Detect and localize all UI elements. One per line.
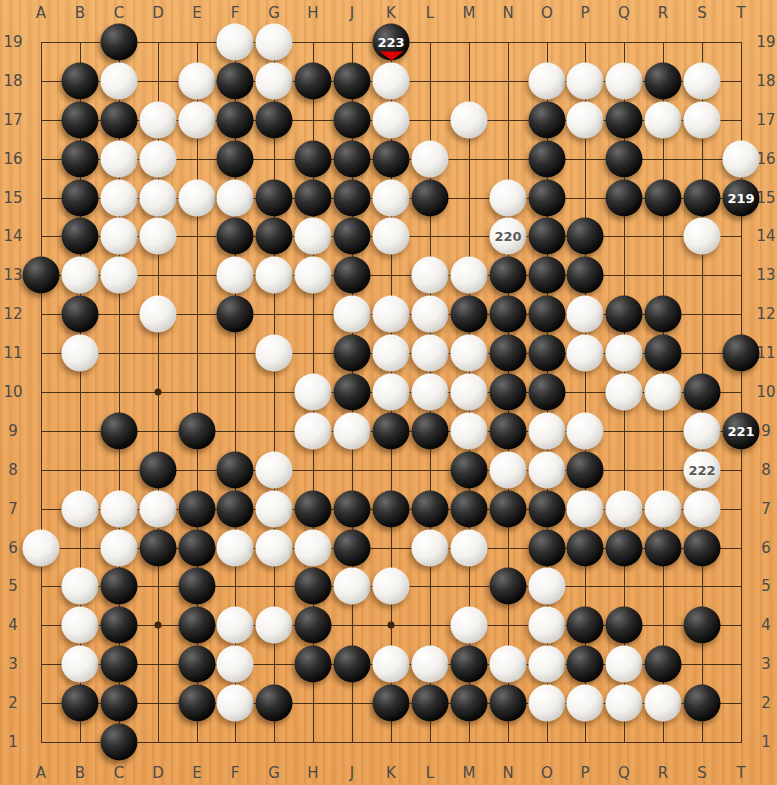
stone-black-A13 bbox=[23, 257, 60, 294]
move-number-label-N14: 220 bbox=[494, 230, 521, 243]
stone-black-J6 bbox=[334, 530, 371, 567]
stone-black-Q12 bbox=[606, 296, 643, 333]
stone-white-L12 bbox=[412, 296, 449, 333]
stone-white-G4 bbox=[256, 607, 293, 644]
coord-bottom-P: P bbox=[580, 764, 589, 782]
stone-white-R2 bbox=[645, 685, 682, 722]
coord-bottom-H: H bbox=[307, 764, 318, 782]
stone-black-F16 bbox=[217, 141, 254, 178]
stone-white-M13 bbox=[451, 257, 488, 294]
stone-white-H14 bbox=[295, 218, 332, 255]
stone-black-C5 bbox=[101, 568, 138, 605]
stone-black-N9 bbox=[490, 413, 527, 450]
stone-black-E5 bbox=[179, 568, 216, 605]
coord-left-10: 10 bbox=[3, 383, 22, 401]
stone-white-D17 bbox=[140, 102, 177, 139]
stone-white-K18 bbox=[373, 63, 410, 100]
stone-black-K16 bbox=[373, 141, 410, 178]
stone-white-B11 bbox=[62, 335, 99, 372]
stone-black-R18 bbox=[645, 63, 682, 100]
coord-left-5: 5 bbox=[8, 577, 18, 595]
coord-right-10: 10 bbox=[756, 383, 775, 401]
stone-black-S4 bbox=[684, 607, 721, 644]
stone-black-O11 bbox=[529, 335, 566, 372]
stone-black-Q4 bbox=[606, 607, 643, 644]
stone-black-G2 bbox=[256, 685, 293, 722]
stone-black-Q6 bbox=[606, 530, 643, 567]
coord-top-N: N bbox=[502, 4, 513, 22]
stone-black-Q15 bbox=[606, 180, 643, 217]
stone-black-S15 bbox=[684, 180, 721, 217]
stone-white-B5 bbox=[62, 568, 99, 605]
stone-black-O10 bbox=[529, 374, 566, 411]
coord-bottom-F: F bbox=[231, 764, 240, 782]
stone-white-L6 bbox=[412, 530, 449, 567]
coord-right-3: 3 bbox=[761, 655, 771, 673]
stone-white-M4 bbox=[451, 607, 488, 644]
stone-white-C13 bbox=[101, 257, 138, 294]
last-move-marker bbox=[379, 52, 403, 61]
stone-white-B3 bbox=[62, 646, 99, 683]
stone-black-G15 bbox=[256, 180, 293, 217]
stone-white-L10 bbox=[412, 374, 449, 411]
coord-right-8: 8 bbox=[761, 461, 771, 479]
stone-black-T11 bbox=[723, 335, 760, 372]
stone-black-J18 bbox=[334, 63, 371, 100]
stone-black-E2 bbox=[179, 685, 216, 722]
stone-white-L16 bbox=[412, 141, 449, 178]
coord-bottom-C: C bbox=[114, 764, 124, 782]
stone-black-N13 bbox=[490, 257, 527, 294]
stone-white-K17 bbox=[373, 102, 410, 139]
stone-black-K7 bbox=[373, 491, 410, 528]
coord-bottom-M: M bbox=[463, 764, 476, 782]
stone-black-H15 bbox=[295, 180, 332, 217]
coord-left-4: 4 bbox=[8, 616, 18, 634]
stone-black-H5 bbox=[295, 568, 332, 605]
stone-black-O16 bbox=[529, 141, 566, 178]
coord-left-14: 14 bbox=[3, 227, 22, 245]
coord-right-12: 12 bbox=[756, 305, 775, 323]
stone-white-P9 bbox=[567, 413, 604, 450]
coord-top-J: J bbox=[350, 4, 354, 22]
stone-white-P18 bbox=[567, 63, 604, 100]
stone-black-N12 bbox=[490, 296, 527, 333]
stone-white-M9 bbox=[451, 413, 488, 450]
stone-white-C18 bbox=[101, 63, 138, 100]
stone-black-E9 bbox=[179, 413, 216, 450]
stone-white-G19 bbox=[256, 24, 293, 61]
stone-white-G8 bbox=[256, 452, 293, 489]
stone-black-N7 bbox=[490, 491, 527, 528]
coord-left-8: 8 bbox=[8, 461, 18, 479]
coord-right-4: 4 bbox=[761, 616, 771, 634]
stone-black-O6 bbox=[529, 530, 566, 567]
coord-bottom-S: S bbox=[697, 764, 707, 782]
stone-white-S7 bbox=[684, 491, 721, 528]
coord-bottom-E: E bbox=[192, 764, 201, 782]
stone-white-N14: 220 bbox=[490, 218, 527, 255]
stone-black-J13 bbox=[334, 257, 371, 294]
move-number-label-S8: 222 bbox=[688, 464, 715, 477]
stone-black-S2 bbox=[684, 685, 721, 722]
stone-black-P8 bbox=[567, 452, 604, 489]
coord-bottom-Q: Q bbox=[618, 764, 630, 782]
coord-bottom-T: T bbox=[736, 764, 745, 782]
stone-black-O14 bbox=[529, 218, 566, 255]
coord-right-5: 5 bbox=[761, 577, 771, 595]
stone-white-L3 bbox=[412, 646, 449, 683]
stone-white-N3 bbox=[490, 646, 527, 683]
stone-black-S10 bbox=[684, 374, 721, 411]
stone-white-P2 bbox=[567, 685, 604, 722]
stone-white-D14 bbox=[140, 218, 177, 255]
stone-black-O17 bbox=[529, 102, 566, 139]
coord-bottom-K: K bbox=[386, 764, 396, 782]
stone-black-M2 bbox=[451, 685, 488, 722]
stone-black-C3 bbox=[101, 646, 138, 683]
stone-black-K19: 223 bbox=[373, 24, 410, 61]
stone-black-N2 bbox=[490, 685, 527, 722]
stone-white-K10 bbox=[373, 374, 410, 411]
coord-top-O: O bbox=[541, 4, 553, 22]
stone-black-E6 bbox=[179, 530, 216, 567]
stone-white-D7 bbox=[140, 491, 177, 528]
coord-top-K: K bbox=[386, 4, 396, 22]
stone-black-F12 bbox=[217, 296, 254, 333]
stone-black-H18 bbox=[295, 63, 332, 100]
stone-black-E3 bbox=[179, 646, 216, 683]
stone-white-B7 bbox=[62, 491, 99, 528]
stone-white-D16 bbox=[140, 141, 177, 178]
coord-bottom-N: N bbox=[502, 764, 513, 782]
stone-white-P11 bbox=[567, 335, 604, 372]
coord-bottom-B: B bbox=[75, 764, 85, 782]
stone-white-K3 bbox=[373, 646, 410, 683]
stone-black-H3 bbox=[295, 646, 332, 683]
stone-black-B17 bbox=[62, 102, 99, 139]
stone-black-T9: 221 bbox=[723, 413, 760, 450]
stone-white-S18 bbox=[684, 63, 721, 100]
stone-black-H4 bbox=[295, 607, 332, 644]
stone-white-G7 bbox=[256, 491, 293, 528]
stone-black-N10 bbox=[490, 374, 527, 411]
stone-white-R10 bbox=[645, 374, 682, 411]
stone-black-L2 bbox=[412, 685, 449, 722]
coord-right-7: 7 bbox=[761, 500, 771, 518]
stone-white-F4 bbox=[217, 607, 254, 644]
coord-bottom-D: D bbox=[152, 764, 164, 782]
stone-black-E4 bbox=[179, 607, 216, 644]
coord-left-18: 18 bbox=[3, 72, 22, 90]
stone-black-F17 bbox=[217, 102, 254, 139]
stone-white-K14 bbox=[373, 218, 410, 255]
stone-white-D15 bbox=[140, 180, 177, 217]
coord-bottom-O: O bbox=[541, 764, 553, 782]
coord-top-P: P bbox=[580, 4, 589, 22]
stone-black-F7 bbox=[217, 491, 254, 528]
stone-black-J7 bbox=[334, 491, 371, 528]
coord-top-A: A bbox=[36, 4, 46, 22]
stone-black-M7 bbox=[451, 491, 488, 528]
stone-black-P4 bbox=[567, 607, 604, 644]
stone-white-O3 bbox=[529, 646, 566, 683]
stone-black-Q17 bbox=[606, 102, 643, 139]
stone-black-O15 bbox=[529, 180, 566, 217]
stone-white-J9 bbox=[334, 413, 371, 450]
stone-black-B18 bbox=[62, 63, 99, 100]
stone-white-L13 bbox=[412, 257, 449, 294]
stone-white-Q2 bbox=[606, 685, 643, 722]
stone-black-C19 bbox=[101, 24, 138, 61]
coord-left-16: 16 bbox=[3, 150, 22, 168]
coord-top-G: G bbox=[268, 4, 280, 22]
stone-black-G17 bbox=[256, 102, 293, 139]
stone-white-K15 bbox=[373, 180, 410, 217]
coord-right-1: 1 bbox=[761, 733, 771, 751]
stone-black-J10 bbox=[334, 374, 371, 411]
stone-white-L11 bbox=[412, 335, 449, 372]
stone-white-T16 bbox=[723, 141, 760, 178]
stone-black-B14 bbox=[62, 218, 99, 255]
move-number-label-T15: 219 bbox=[727, 192, 754, 205]
coord-right-18: 18 bbox=[756, 72, 775, 90]
coord-top-B: B bbox=[75, 4, 85, 22]
stone-white-H9 bbox=[295, 413, 332, 450]
stone-white-S9 bbox=[684, 413, 721, 450]
stone-white-S14 bbox=[684, 218, 721, 255]
stone-black-C17 bbox=[101, 102, 138, 139]
stone-black-R11 bbox=[645, 335, 682, 372]
stone-white-O18 bbox=[529, 63, 566, 100]
stone-black-C1 bbox=[101, 724, 138, 761]
star-point-D10 bbox=[155, 389, 162, 396]
coord-top-S: S bbox=[697, 4, 707, 22]
move-number-label-T9: 221 bbox=[727, 425, 754, 438]
stone-white-Q10 bbox=[606, 374, 643, 411]
stone-white-C14 bbox=[101, 218, 138, 255]
stone-white-S17 bbox=[684, 102, 721, 139]
coord-bottom-L: L bbox=[426, 764, 434, 782]
stone-white-D12 bbox=[140, 296, 177, 333]
stone-black-F8 bbox=[217, 452, 254, 489]
stone-white-Q18 bbox=[606, 63, 643, 100]
stone-white-E17 bbox=[179, 102, 216, 139]
stone-white-F13 bbox=[217, 257, 254, 294]
stone-white-B4 bbox=[62, 607, 99, 644]
stone-white-B13 bbox=[62, 257, 99, 294]
coord-right-6: 6 bbox=[761, 539, 771, 557]
stone-white-S8: 222 bbox=[684, 452, 721, 489]
stone-black-K9 bbox=[373, 413, 410, 450]
coord-top-R: R bbox=[658, 4, 668, 22]
stone-white-P7 bbox=[567, 491, 604, 528]
stone-black-F14 bbox=[217, 218, 254, 255]
coord-left-17: 17 bbox=[3, 111, 22, 129]
stone-white-G11 bbox=[256, 335, 293, 372]
coord-right-2: 2 bbox=[761, 694, 771, 712]
stone-black-E7 bbox=[179, 491, 216, 528]
coord-left-13: 13 bbox=[3, 266, 22, 284]
coord-top-D: D bbox=[152, 4, 164, 22]
coord-right-13: 13 bbox=[756, 266, 775, 284]
stone-black-J17 bbox=[334, 102, 371, 139]
stone-black-H16 bbox=[295, 141, 332, 178]
stone-black-L15 bbox=[412, 180, 449, 217]
stone-black-G14 bbox=[256, 218, 293, 255]
stone-white-F3 bbox=[217, 646, 254, 683]
stone-white-A6 bbox=[23, 530, 60, 567]
coord-top-C: C bbox=[114, 4, 124, 22]
coord-top-Q: Q bbox=[618, 4, 630, 22]
stone-black-P6 bbox=[567, 530, 604, 567]
stone-white-O5 bbox=[529, 568, 566, 605]
stone-white-M11 bbox=[451, 335, 488, 372]
stone-black-M12 bbox=[451, 296, 488, 333]
stone-white-G18 bbox=[256, 63, 293, 100]
move-number-label-K19: 223 bbox=[377, 36, 404, 49]
stone-white-K5 bbox=[373, 568, 410, 605]
stone-white-E18 bbox=[179, 63, 216, 100]
coord-top-T: T bbox=[736, 4, 745, 22]
stone-black-B12 bbox=[62, 296, 99, 333]
coord-top-E: E bbox=[192, 4, 201, 22]
stone-black-R12 bbox=[645, 296, 682, 333]
stone-white-N15 bbox=[490, 180, 527, 217]
stone-white-R7 bbox=[645, 491, 682, 528]
stone-white-G13 bbox=[256, 257, 293, 294]
stone-black-Q16 bbox=[606, 141, 643, 178]
stone-white-M6 bbox=[451, 530, 488, 567]
stone-black-K2 bbox=[373, 685, 410, 722]
stone-black-O13 bbox=[529, 257, 566, 294]
stone-black-C4 bbox=[101, 607, 138, 644]
stone-black-D6 bbox=[140, 530, 177, 567]
stone-white-E15 bbox=[179, 180, 216, 217]
stone-white-F19 bbox=[217, 24, 254, 61]
stone-black-B15 bbox=[62, 180, 99, 217]
go-board[interactable]: AABBCCDDEEFFGGHHJJKKLLMMNNOOPPQQRRSSTT19… bbox=[0, 0, 777, 785]
stone-white-M10 bbox=[451, 374, 488, 411]
stone-black-J11 bbox=[334, 335, 371, 372]
stone-white-R17 bbox=[645, 102, 682, 139]
stone-black-M3 bbox=[451, 646, 488, 683]
stone-white-H13 bbox=[295, 257, 332, 294]
stone-white-J5 bbox=[334, 568, 371, 605]
stone-black-B16 bbox=[62, 141, 99, 178]
coord-left-12: 12 bbox=[3, 305, 22, 323]
stone-white-O4 bbox=[529, 607, 566, 644]
coord-top-F: F bbox=[231, 4, 240, 22]
stone-white-Q7 bbox=[606, 491, 643, 528]
stone-white-P12 bbox=[567, 296, 604, 333]
stone-white-G6 bbox=[256, 530, 293, 567]
stone-black-J16 bbox=[334, 141, 371, 178]
stone-black-R15 bbox=[645, 180, 682, 217]
stone-black-N11 bbox=[490, 335, 527, 372]
stone-black-J3 bbox=[334, 646, 371, 683]
coord-left-6: 6 bbox=[8, 539, 18, 557]
stone-black-O12 bbox=[529, 296, 566, 333]
stone-black-P14 bbox=[567, 218, 604, 255]
stone-white-P17 bbox=[567, 102, 604, 139]
stone-white-F6 bbox=[217, 530, 254, 567]
stone-white-O2 bbox=[529, 685, 566, 722]
stone-black-B2 bbox=[62, 685, 99, 722]
stone-black-P13 bbox=[567, 257, 604, 294]
stone-black-J15 bbox=[334, 180, 371, 217]
coord-bottom-J: J bbox=[350, 764, 354, 782]
stone-black-R3 bbox=[645, 646, 682, 683]
stone-white-M17 bbox=[451, 102, 488, 139]
stone-black-T15: 219 bbox=[723, 180, 760, 217]
coord-left-9: 9 bbox=[8, 422, 18, 440]
stone-black-O7 bbox=[529, 491, 566, 528]
stone-white-H6 bbox=[295, 530, 332, 567]
stone-white-F15 bbox=[217, 180, 254, 217]
coord-right-17: 17 bbox=[756, 111, 775, 129]
stone-black-N5 bbox=[490, 568, 527, 605]
stone-black-C2 bbox=[101, 685, 138, 722]
stone-white-K12 bbox=[373, 296, 410, 333]
stone-black-F18 bbox=[217, 63, 254, 100]
stone-white-C15 bbox=[101, 180, 138, 217]
stone-white-K11 bbox=[373, 335, 410, 372]
grid-line-horizontal bbox=[41, 742, 742, 743]
stone-white-C6 bbox=[101, 530, 138, 567]
stone-white-F2 bbox=[217, 685, 254, 722]
stone-white-Q11 bbox=[606, 335, 643, 372]
coord-top-H: H bbox=[307, 4, 318, 22]
stone-black-P3 bbox=[567, 646, 604, 683]
stone-black-M8 bbox=[451, 452, 488, 489]
coord-left-19: 19 bbox=[3, 33, 22, 51]
stone-white-O9 bbox=[529, 413, 566, 450]
stone-black-D8 bbox=[140, 452, 177, 489]
coord-left-1: 1 bbox=[8, 733, 18, 751]
stone-white-Q3 bbox=[606, 646, 643, 683]
stone-black-S6 bbox=[684, 530, 721, 567]
coord-bottom-A: A bbox=[36, 764, 46, 782]
coord-top-M: M bbox=[463, 4, 476, 22]
star-point-K4 bbox=[388, 622, 395, 629]
coord-top-L: L bbox=[426, 4, 434, 22]
stone-white-H10 bbox=[295, 374, 332, 411]
coord-bottom-G: G bbox=[268, 764, 280, 782]
coord-right-9: 9 bbox=[761, 422, 771, 440]
stone-black-L9 bbox=[412, 413, 449, 450]
stone-black-J14 bbox=[334, 218, 371, 255]
coord-left-3: 3 bbox=[8, 655, 18, 673]
stone-black-R6 bbox=[645, 530, 682, 567]
stone-black-L7 bbox=[412, 491, 449, 528]
coord-left-11: 11 bbox=[3, 344, 22, 362]
coord-bottom-R: R bbox=[658, 764, 668, 782]
coord-right-14: 14 bbox=[756, 227, 775, 245]
stone-white-O8 bbox=[529, 452, 566, 489]
stone-white-C16 bbox=[101, 141, 138, 178]
stone-black-C9 bbox=[101, 413, 138, 450]
stone-white-J12 bbox=[334, 296, 371, 333]
stone-black-H7 bbox=[295, 491, 332, 528]
coord-left-15: 15 bbox=[3, 189, 22, 207]
star-point-D4 bbox=[155, 622, 162, 629]
coord-left-7: 7 bbox=[8, 500, 18, 518]
stone-white-N8 bbox=[490, 452, 527, 489]
coord-left-2: 2 bbox=[8, 694, 18, 712]
coord-right-19: 19 bbox=[756, 33, 775, 51]
stone-white-C7 bbox=[101, 491, 138, 528]
